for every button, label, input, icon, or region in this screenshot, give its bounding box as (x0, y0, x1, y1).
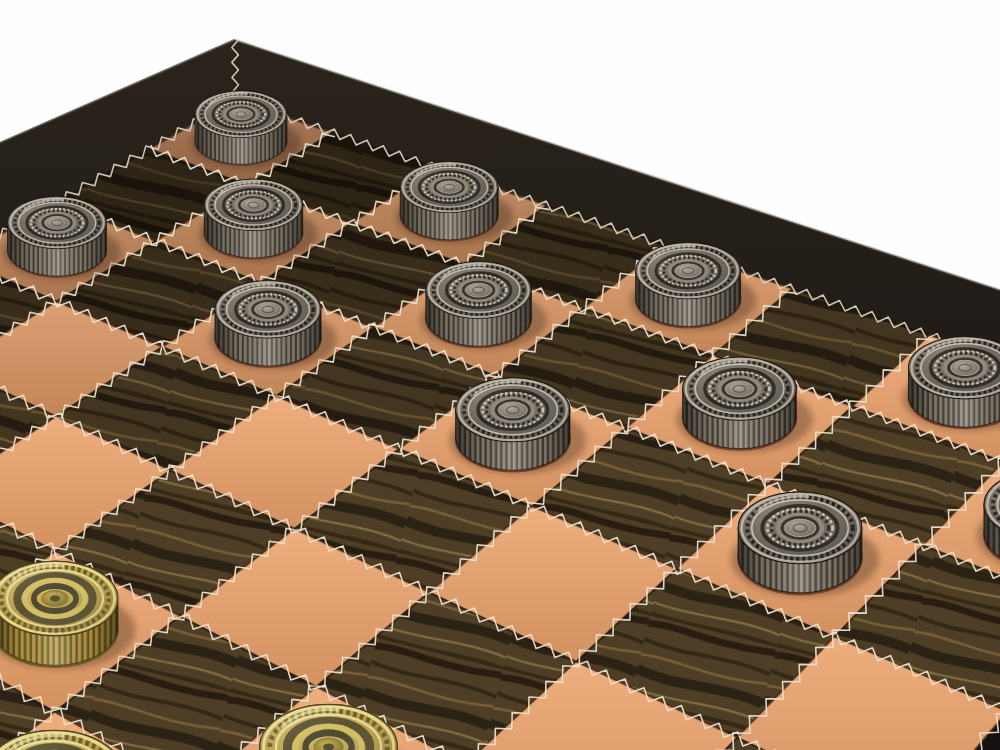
piece-top-sheen (215, 281, 321, 338)
piece-top-sheen (683, 357, 797, 420)
checker-piece-pewter-5[interactable] (203, 179, 303, 260)
photo-stage (0, 0, 1000, 750)
piece-top-sheen (456, 378, 570, 442)
checker-piece-pewter-3[interactable] (635, 243, 742, 329)
piece-top-sheen (195, 91, 287, 138)
piece-top-sheen (8, 197, 107, 249)
checker-piece-pewter-6[interactable] (425, 262, 532, 348)
piece-top-sheen (738, 492, 862, 564)
checker-piece-pewter-7[interactable] (682, 357, 798, 451)
checker-piece-pewter-4[interactable] (907, 337, 1000, 430)
checker-piece-pewter-2[interactable] (399, 162, 499, 242)
checker-piece-pewter-12[interactable] (737, 492, 863, 595)
checker-piece-gold-2[interactable] (0, 561, 119, 668)
checker-piece-pewter-10[interactable] (214, 281, 322, 368)
checkers-board-photo (0, 0, 1000, 750)
piece-top-sheen (426, 262, 531, 319)
checker-piece-pewter-11[interactable] (455, 378, 571, 472)
checker-piece-pewter-1[interactable] (194, 91, 288, 166)
piece-top-sheen (204, 179, 302, 230)
checker-piece-pewter-9[interactable] (7, 197, 108, 278)
piece-top-sheen (636, 243, 741, 299)
piece-top-sheen (400, 162, 498, 213)
